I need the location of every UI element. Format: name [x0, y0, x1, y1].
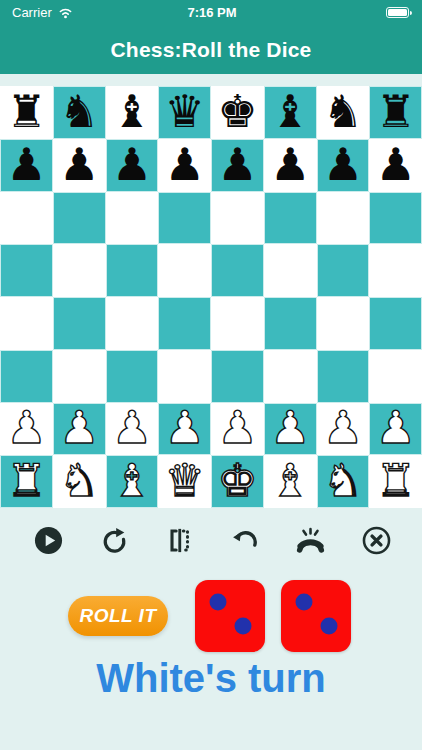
square-a1[interactable]: ♜: [0, 455, 53, 508]
square-c3[interactable]: [106, 350, 159, 403]
square-h3[interactable]: [369, 350, 422, 403]
black-king: ♚: [217, 89, 257, 134]
black-knight: ♞: [59, 89, 99, 134]
square-d4[interactable]: [158, 297, 211, 350]
square-a7[interactable]: ♟: [0, 139, 53, 192]
white-pawn: ♟: [164, 405, 204, 450]
square-g4[interactable]: [317, 297, 370, 350]
square-b6[interactable]: [53, 192, 106, 245]
square-h5[interactable]: [369, 244, 422, 297]
restart-button[interactable]: [99, 525, 130, 556]
carrier-label: Carrier: [12, 5, 52, 20]
turn-status-text: White's turn: [0, 656, 422, 701]
phone-hang-up-icon: [295, 525, 326, 556]
black-bishop: ♝: [112, 89, 152, 134]
app-screen: Carrier 7:16 PM Chess:Roll the Dice ♜♞♝♛…: [0, 0, 422, 750]
square-d1[interactable]: ♛: [158, 455, 211, 508]
die-pip: [296, 594, 313, 611]
play-button[interactable]: [33, 525, 64, 556]
square-d8[interactable]: ♛: [158, 86, 211, 139]
square-d6[interactable]: [158, 192, 211, 245]
black-pawn: ♟: [375, 142, 415, 187]
die-pip: [321, 618, 338, 635]
close-button[interactable]: [361, 525, 392, 556]
square-d3[interactable]: [158, 350, 211, 403]
black-pawn: ♟: [164, 142, 204, 187]
black-pawn: ♟: [112, 142, 152, 187]
white-king: ♚: [217, 458, 257, 503]
white-rook: ♜: [6, 458, 46, 503]
square-h8[interactable]: ♜: [369, 86, 422, 139]
nav-bar: Chess:Roll the Dice: [0, 25, 422, 74]
clock: 7:16 PM: [187, 5, 236, 20]
clockwise-arrow-icon: [99, 525, 130, 556]
square-h2[interactable]: ♟: [369, 403, 422, 456]
square-b7[interactable]: ♟: [53, 139, 106, 192]
status-bar: Carrier 7:16 PM: [0, 0, 422, 25]
white-pawn: ♟: [375, 405, 415, 450]
black-rook: ♜: [375, 89, 415, 134]
square-e6[interactable]: [211, 192, 264, 245]
square-c7[interactable]: ♟: [106, 139, 159, 192]
white-pawn: ♟: [217, 405, 257, 450]
square-f8[interactable]: ♝: [264, 86, 317, 139]
black-queen: ♛: [164, 89, 204, 134]
undo-button[interactable]: [230, 525, 261, 556]
chess-board[interactable]: ♜♞♝♛♚♝♞♜♟♟♟♟♟♟♟♟♟♟♟♟♟♟♟♟♜♞♝♛♚♝♞♜: [0, 86, 422, 508]
white-bishop: ♝: [270, 458, 310, 503]
page-title: Chess:Roll the Dice: [110, 38, 311, 62]
square-e8[interactable]: ♚: [211, 86, 264, 139]
close-circle-icon: [361, 525, 392, 556]
square-b8[interactable]: ♞: [53, 86, 106, 139]
white-rook: ♜: [375, 458, 415, 503]
flip-horizontal-icon: [164, 525, 195, 556]
square-c2[interactable]: ♟: [106, 403, 159, 456]
square-h4[interactable]: [369, 297, 422, 350]
square-f7[interactable]: ♟: [264, 139, 317, 192]
undo-arrow-icon: [230, 525, 261, 556]
die-2-value-2: [281, 580, 351, 652]
white-queen: ♛: [164, 458, 204, 503]
white-pawn: ♟: [59, 405, 99, 450]
flip-board-button[interactable]: [164, 525, 195, 556]
square-c5[interactable]: [106, 244, 159, 297]
play-circle-icon: [33, 525, 64, 556]
white-pawn: ♟: [270, 405, 310, 450]
black-bishop: ♝: [270, 89, 310, 134]
square-a8[interactable]: ♜: [0, 86, 53, 139]
game-toolbar: [0, 508, 422, 572]
square-d7[interactable]: ♟: [158, 139, 211, 192]
square-f1[interactable]: ♝: [264, 455, 317, 508]
square-f5[interactable]: [264, 244, 317, 297]
square-d5[interactable]: [158, 244, 211, 297]
battery-icon: [386, 7, 412, 18]
square-h1[interactable]: ♜: [369, 455, 422, 508]
square-e7[interactable]: ♟: [211, 139, 264, 192]
black-pawn: ♟: [217, 142, 257, 187]
square-g5[interactable]: [317, 244, 370, 297]
square-f3[interactable]: [264, 350, 317, 403]
black-pawn: ♟: [59, 142, 99, 187]
black-pawn: ♟: [270, 142, 310, 187]
square-c6[interactable]: [106, 192, 159, 245]
square-a6[interactable]: [0, 192, 53, 245]
square-g6[interactable]: [317, 192, 370, 245]
square-f2[interactable]: ♟: [264, 403, 317, 456]
square-h6[interactable]: [369, 192, 422, 245]
square-b5[interactable]: [53, 244, 106, 297]
square-c4[interactable]: [106, 297, 159, 350]
square-b2[interactable]: ♟: [53, 403, 106, 456]
square-g8[interactable]: ♞: [317, 86, 370, 139]
black-rook: ♜: [6, 89, 46, 134]
die-pip: [235, 618, 252, 635]
black-knight: ♞: [323, 89, 363, 134]
square-c1[interactable]: ♝: [106, 455, 159, 508]
square-g1[interactable]: ♞: [317, 455, 370, 508]
square-h7[interactable]: ♟: [369, 139, 422, 192]
black-pawn: ♟: [323, 142, 363, 187]
square-a5[interactable]: [0, 244, 53, 297]
white-bishop: ♝: [112, 458, 152, 503]
square-e3[interactable]: [211, 350, 264, 403]
die-pip: [210, 594, 227, 611]
roll-it-button[interactable]: ROLL IT: [68, 596, 168, 636]
square-a3[interactable]: [0, 350, 53, 403]
square-f6[interactable]: [264, 192, 317, 245]
dice-tray: [195, 580, 351, 652]
square-a2[interactable]: ♟: [0, 403, 53, 456]
square-g2[interactable]: ♟: [317, 403, 370, 456]
wifi-icon: [57, 6, 74, 19]
square-b1[interactable]: ♞: [53, 455, 106, 508]
square-g7[interactable]: ♟: [317, 139, 370, 192]
square-c8[interactable]: ♝: [106, 86, 159, 139]
square-e5[interactable]: [211, 244, 264, 297]
square-a4[interactable]: [0, 297, 53, 350]
square-e2[interactable]: ♟: [211, 403, 264, 456]
square-f4[interactable]: [264, 297, 317, 350]
white-knight: ♞: [323, 458, 363, 503]
die-1-value-2: [195, 580, 265, 652]
roll-area: ROLL IT: [0, 577, 422, 655]
white-knight: ♞: [59, 458, 99, 503]
square-b4[interactable]: [53, 297, 106, 350]
square-e1[interactable]: ♚: [211, 455, 264, 508]
black-pawn: ♟: [6, 142, 46, 187]
square-e4[interactable]: [211, 297, 264, 350]
resign-button[interactable]: [295, 525, 326, 556]
white-pawn: ♟: [323, 405, 363, 450]
square-g3[interactable]: [317, 350, 370, 403]
white-pawn: ♟: [112, 405, 152, 450]
white-pawn: ♟: [6, 405, 46, 450]
square-d2[interactable]: ♟: [158, 403, 211, 456]
square-b3[interactable]: [53, 350, 106, 403]
